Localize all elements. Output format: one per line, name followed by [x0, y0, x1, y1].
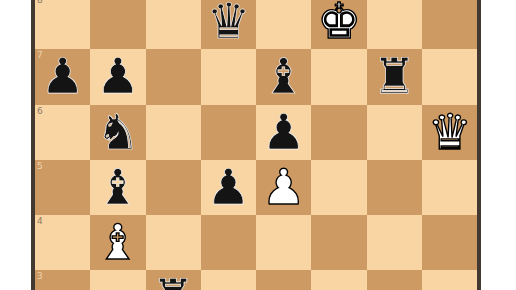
- square-g5[interactable]: [367, 160, 422, 215]
- square-e8[interactable]: [256, 0, 311, 49]
- square-e3[interactable]: [256, 270, 311, 290]
- square-c4[interactable]: [146, 215, 201, 270]
- piece-black-bishop[interactable]: ♝: [256, 49, 311, 104]
- square-a7[interactable]: 7♟: [35, 49, 90, 104]
- square-d8[interactable]: ♛: [201, 0, 256, 49]
- square-c5[interactable]: [146, 160, 201, 215]
- piece-black-knight[interactable]: ♞: [90, 105, 145, 160]
- rank-label-6: 6: [37, 106, 43, 116]
- rank-label-3: 3: [37, 271, 43, 281]
- chess-board: 8♛♚7♟♟♝♜6♞♟♛5♝♟♟4♝3♜: [35, 0, 477, 290]
- piece-black-pawn[interactable]: ♟: [90, 49, 145, 104]
- square-d3[interactable]: [201, 270, 256, 290]
- rank-label-7: 7: [37, 50, 43, 60]
- piece-black-pawn[interactable]: ♟: [35, 49, 90, 104]
- square-a5[interactable]: 5: [35, 160, 90, 215]
- square-g4[interactable]: [367, 215, 422, 270]
- square-a8[interactable]: 8: [35, 0, 90, 49]
- square-h7[interactable]: [422, 49, 477, 104]
- square-e6[interactable]: ♟: [256, 105, 311, 160]
- square-h5[interactable]: [422, 160, 477, 215]
- piece-white-queen[interactable]: ♛: [422, 105, 477, 160]
- square-g8[interactable]: [367, 0, 422, 49]
- piece-black-bishop[interactable]: ♝: [90, 160, 145, 215]
- square-e4[interactable]: [256, 215, 311, 270]
- square-c8[interactable]: [146, 0, 201, 49]
- square-c6[interactable]: [146, 105, 201, 160]
- square-b4[interactable]: ♝: [90, 215, 145, 270]
- piece-black-pawn[interactable]: ♟: [201, 160, 256, 215]
- square-f8[interactable]: ♚: [311, 0, 366, 49]
- square-b8[interactable]: [90, 0, 145, 49]
- square-b3[interactable]: [90, 270, 145, 290]
- square-h3[interactable]: [422, 270, 477, 290]
- square-h6[interactable]: ♛: [422, 105, 477, 160]
- square-e5[interactable]: ♟: [256, 160, 311, 215]
- square-f3[interactable]: [311, 270, 366, 290]
- rank-label-8: 8: [37, 0, 43, 5]
- square-d4[interactable]: [201, 215, 256, 270]
- square-c7[interactable]: [146, 49, 201, 104]
- piece-white-bishop[interactable]: ♝: [90, 215, 145, 270]
- square-a4[interactable]: 4: [35, 215, 90, 270]
- piece-white-king[interactable]: ♚: [311, 0, 366, 49]
- rank-label-5: 5: [37, 161, 43, 171]
- square-d6[interactable]: [201, 105, 256, 160]
- square-f4[interactable]: [311, 215, 366, 270]
- square-d7[interactable]: [201, 49, 256, 104]
- square-g3[interactable]: [367, 270, 422, 290]
- square-h4[interactable]: [422, 215, 477, 270]
- piece-black-rook[interactable]: ♜: [367, 49, 422, 104]
- piece-black-rook[interactable]: ♜: [146, 270, 201, 290]
- square-h8[interactable]: [422, 0, 477, 49]
- piece-white-pawn[interactable]: ♟: [256, 160, 311, 215]
- square-c3[interactable]: ♜: [146, 270, 201, 290]
- square-a6[interactable]: 6: [35, 105, 90, 160]
- square-g6[interactable]: [367, 105, 422, 160]
- square-b6[interactable]: ♞: [90, 105, 145, 160]
- piece-black-queen[interactable]: ♛: [201, 0, 256, 49]
- square-d5[interactable]: ♟: [201, 160, 256, 215]
- square-f6[interactable]: [311, 105, 366, 160]
- square-f5[interactable]: [311, 160, 366, 215]
- board-right-border: [477, 0, 481, 290]
- square-g7[interactable]: ♜: [367, 49, 422, 104]
- square-b7[interactable]: ♟: [90, 49, 145, 104]
- rank-label-4: 4: [37, 216, 43, 226]
- square-a3[interactable]: 3: [35, 270, 90, 290]
- square-f7[interactable]: [311, 49, 366, 104]
- square-b5[interactable]: ♝: [90, 160, 145, 215]
- square-e7[interactable]: ♝: [256, 49, 311, 104]
- piece-black-pawn[interactable]: ♟: [256, 105, 311, 160]
